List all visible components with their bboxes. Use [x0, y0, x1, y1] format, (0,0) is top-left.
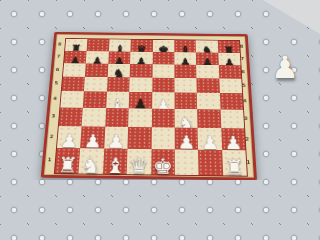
rank-label-4: 4: [50, 90, 60, 107]
bare-table-surface-corner: [250, 0, 320, 34]
square-c1: ♝: [103, 149, 128, 175]
white-knight: ♞: [81, 158, 102, 176]
square-d4: ♟: [129, 92, 152, 109]
square-g5: [197, 78, 220, 93]
square-b7: ♟: [86, 51, 109, 64]
square-e4: ♟: [152, 92, 175, 109]
square-e2: [151, 127, 175, 149]
square-g3: [197, 109, 221, 128]
square-g4: [197, 93, 220, 110]
square-c7: ♟: [108, 51, 130, 64]
white-rook: ♜: [224, 159, 245, 177]
square-a1: ♜: [55, 148, 81, 174]
white-king: ♚: [153, 158, 173, 176]
rank-label-2: 2: [46, 125, 57, 147]
square-a3: [59, 108, 83, 127]
square-c2: ♟: [104, 127, 128, 149]
square-c6: ♞: [108, 64, 131, 78]
square-b1: ♞: [79, 148, 104, 174]
square-h6: [219, 65, 242, 79]
board-squares: ♜♝♛♚♝♞♜♟♟♟♟♟♟♟♞♝♟♟♞♟♟♟♟♟♟♜♞♝♛♚♜: [54, 38, 248, 177]
square-e6: [152, 64, 174, 78]
square-b2: ♟: [81, 126, 106, 148]
square-e5: [152, 78, 175, 93]
rank-label-6: 6: [53, 62, 62, 75]
square-e3: [151, 109, 174, 128]
square-h5: [219, 78, 242, 93]
square-d7: ♟: [130, 52, 152, 65]
square-d2: [128, 127, 152, 149]
square-c8: ♝: [109, 39, 131, 51]
square-c4: ♝: [106, 92, 129, 109]
square-d6: [130, 64, 152, 78]
chess-board: 87654321 87654321 ♜♝♛♚♝♞♜♟♟♟♟♟♟♟♞♝♟♟♞♟♟♟…: [41, 32, 257, 180]
square-d1: ♛: [127, 149, 151, 175]
square-a4: [60, 91, 84, 108]
square-f7: ♟: [174, 52, 196, 65]
square-e8: ♚: [152, 40, 174, 52]
square-f5: [174, 78, 197, 93]
rank-label-5: 5: [52, 76, 62, 91]
square-a5: [62, 77, 85, 92]
square-b5: [84, 77, 107, 92]
captured-white-pawn: ♟: [271, 52, 299, 83]
square-f4: [174, 92, 197, 109]
square-g6: [196, 65, 219, 79]
square-h4: [220, 93, 244, 110]
white-bishop: ♝: [105, 158, 126, 176]
square-f6: [174, 65, 196, 79]
white-queen: ♛: [129, 158, 150, 176]
square-d5: [129, 77, 152, 92]
square-b6: [85, 63, 108, 77]
square-f1: [175, 149, 199, 175]
square-g8: ♞: [196, 40, 218, 52]
rank-label-3: 3: [48, 107, 58, 126]
rank-label-7: 7: [54, 50, 63, 62]
square-b4: [83, 91, 107, 108]
square-c5: [107, 77, 130, 92]
square-b3: [82, 108, 106, 127]
square-d8: ♛: [131, 40, 153, 52]
square-h1: ♜: [222, 150, 247, 176]
rank-label-8: 8: [55, 38, 64, 50]
square-a7: ♟: [64, 51, 87, 64]
square-g1: [198, 150, 223, 176]
square-g7: ♟: [196, 52, 218, 65]
board-frame: 87654321 87654321 ♜♝♛♚♝♞♜♟♟♟♟♟♟♟♞♝♟♟♞♟♟♟…: [41, 32, 257, 180]
square-g2: ♟: [198, 128, 222, 150]
square-h2: ♟: [221, 128, 245, 150]
square-h8: ♜: [218, 41, 240, 53]
square-a8: ♜: [65, 39, 88, 51]
square-h7: ♟: [218, 53, 241, 66]
square-h3: [220, 109, 244, 128]
square-e7: [152, 52, 174, 65]
square-c3: [105, 108, 129, 127]
white-rook: ♜: [57, 157, 79, 175]
square-f8: ♝: [174, 40, 196, 52]
square-d3: [128, 108, 151, 127]
square-f2: ♟: [175, 128, 199, 150]
square-b8: [87, 39, 109, 51]
square-a2: ♟: [57, 126, 82, 148]
photo-of-chess-board: { "game": "chess", "view": "from white's…: [0, 0, 320, 180]
square-f3: ♞: [175, 109, 198, 128]
square-a6: [63, 63, 86, 77]
square-e1: ♚: [151, 149, 175, 175]
